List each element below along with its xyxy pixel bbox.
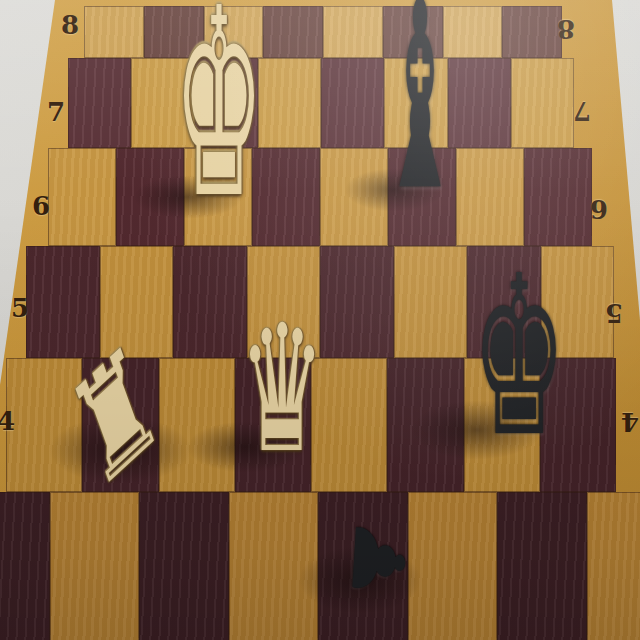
- square-c3[interactable]: [139, 492, 229, 640]
- white-rook-piece-fallen[interactable]: ♜: [116, 418, 198, 490]
- square-a5[interactable]: [26, 246, 100, 358]
- rank-label-left-7: 7: [47, 99, 65, 125]
- rank-label-right-6: 6: [590, 196, 608, 222]
- black-king-piece[interactable]: ♚: [519, 445, 613, 527]
- square-d8[interactable]: [263, 6, 323, 58]
- rank-label-right-7: 7: [573, 98, 591, 124]
- square-e5[interactable]: [320, 246, 394, 358]
- square-f4[interactable]: [387, 358, 463, 492]
- square-h8[interactable]: [502, 6, 562, 58]
- black-pawn-piece-fallen[interactable]: ♟: [378, 560, 441, 615]
- square-a6[interactable]: [48, 148, 116, 246]
- rank-strip-7: [68, 58, 574, 148]
- square-e6[interactable]: [320, 148, 388, 246]
- square-e8[interactable]: [323, 6, 383, 58]
- square-a3[interactable]: [0, 492, 50, 640]
- white-king-piece[interactable]: ♚: [219, 207, 309, 285]
- square-e7[interactable]: [321, 58, 384, 148]
- rank-label-left-5: 5: [11, 295, 29, 321]
- black-bishop-glyph: ♝: [381, 0, 460, 200]
- rank-label-left-6: 6: [32, 193, 50, 219]
- square-a7[interactable]: [68, 58, 131, 148]
- rank-label-left-8: 8: [61, 12, 79, 38]
- white-queen-glyph: ♛: [239, 321, 324, 458]
- square-h7[interactable]: [511, 58, 574, 148]
- black-king-glyph: ♚: [472, 273, 566, 445]
- square-b3[interactable]: [50, 492, 140, 640]
- chessboard-photo: ♚♝♜♛♚♟ 8765487654: [0, 0, 640, 640]
- rank-label-right-8: 8: [557, 16, 575, 42]
- rank-label-right-5: 5: [605, 300, 623, 326]
- square-a8[interactable]: [84, 6, 144, 58]
- white-king-glyph: ♚: [174, 4, 264, 207]
- square-d7[interactable]: [258, 58, 321, 148]
- black-pawn-glyph: ♟: [348, 511, 408, 609]
- rank-strip-8: [84, 6, 562, 58]
- rank-label-left-4: 4: [0, 408, 15, 434]
- rank-label-right-4: 4: [621, 409, 639, 435]
